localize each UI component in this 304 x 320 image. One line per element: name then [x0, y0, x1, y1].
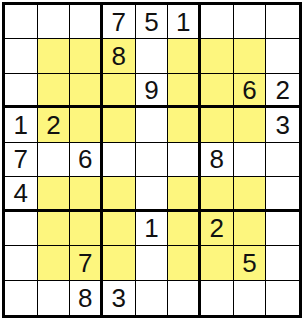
cell-r7c1[interactable] — [5, 212, 38, 246]
cell-r8c6[interactable] — [168, 246, 201, 280]
cell-r6c4[interactable] — [103, 177, 136, 211]
cell-r4c1[interactable]: 1 — [5, 108, 38, 142]
cell-r8c9[interactable] — [266, 246, 299, 280]
cell-r3c6[interactable] — [168, 74, 201, 108]
cell-r6c7[interactable] — [201, 177, 234, 211]
cell-r5c2[interactable] — [38, 143, 71, 177]
cell-r1c9[interactable] — [266, 5, 299, 39]
cell-r8c8[interactable]: 5 — [234, 246, 267, 280]
cell-r9c3[interactable]: 8 — [70, 281, 103, 315]
cell-r7c4[interactable] — [103, 212, 136, 246]
cell-r9c7[interactable] — [201, 281, 234, 315]
cell-r5c6[interactable] — [168, 143, 201, 177]
cell-r8c4[interactable] — [103, 246, 136, 280]
cell-r5c5[interactable] — [136, 143, 169, 177]
cell-r4c5[interactable] — [136, 108, 169, 142]
cell-r9c1[interactable] — [5, 281, 38, 315]
cell-r1c4[interactable]: 7 — [103, 5, 136, 39]
cell-r1c2[interactable] — [38, 5, 71, 39]
cell-r6c8[interactable] — [234, 177, 267, 211]
cell-r8c2[interactable] — [38, 246, 71, 280]
cell-r2c9[interactable] — [266, 39, 299, 73]
sudoku-board: 75189621237684127583 — [2, 2, 302, 318]
sudoku-page: 75189621237684127583 — [0, 0, 304, 320]
cell-r4c6[interactable] — [168, 108, 201, 142]
cell-r6c6[interactable] — [168, 177, 201, 211]
cell-r7c5[interactable]: 1 — [136, 212, 169, 246]
cell-r6c1[interactable]: 4 — [5, 177, 38, 211]
cell-r9c6[interactable] — [168, 281, 201, 315]
cell-r2c8[interactable] — [234, 39, 267, 73]
cell-r4c2[interactable]: 2 — [38, 108, 71, 142]
cell-r3c9[interactable]: 2 — [266, 74, 299, 108]
cell-r2c1[interactable] — [5, 39, 38, 73]
cell-r6c2[interactable] — [38, 177, 71, 211]
cell-r4c7[interactable] — [201, 108, 234, 142]
cell-r6c9[interactable] — [266, 177, 299, 211]
cell-r5c9[interactable] — [266, 143, 299, 177]
cell-r8c7[interactable] — [201, 246, 234, 280]
cell-r2c6[interactable] — [168, 39, 201, 73]
cell-r9c5[interactable] — [136, 281, 169, 315]
cell-r7c7[interactable]: 2 — [201, 212, 234, 246]
cell-r3c4[interactable] — [103, 74, 136, 108]
cell-r6c5[interactable] — [136, 177, 169, 211]
cell-r3c2[interactable] — [38, 74, 71, 108]
cell-r2c5[interactable] — [136, 39, 169, 73]
cell-r1c3[interactable] — [70, 5, 103, 39]
cell-r4c8[interactable] — [234, 108, 267, 142]
cell-r4c4[interactable] — [103, 108, 136, 142]
cell-r1c5[interactable]: 5 — [136, 5, 169, 39]
cell-r1c6[interactable]: 1 — [168, 5, 201, 39]
cell-r5c3[interactable]: 6 — [70, 143, 103, 177]
cell-r4c3[interactable] — [70, 108, 103, 142]
cell-r3c7[interactable] — [201, 74, 234, 108]
cell-r1c1[interactable] — [5, 5, 38, 39]
cell-r5c8[interactable] — [234, 143, 267, 177]
cell-r2c3[interactable] — [70, 39, 103, 73]
cell-r7c3[interactable] — [70, 212, 103, 246]
cell-r3c5[interactable]: 9 — [136, 74, 169, 108]
cell-r7c9[interactable] — [266, 212, 299, 246]
cell-r9c4[interactable]: 3 — [103, 281, 136, 315]
cell-r1c7[interactable] — [201, 5, 234, 39]
cell-r5c7[interactable]: 8 — [201, 143, 234, 177]
cell-r3c8[interactable]: 6 — [234, 74, 267, 108]
cell-r1c8[interactable] — [234, 5, 267, 39]
cell-r8c3[interactable]: 7 — [70, 246, 103, 280]
cell-r3c3[interactable] — [70, 74, 103, 108]
cell-r5c1[interactable]: 7 — [5, 143, 38, 177]
cell-r9c8[interactable] — [234, 281, 267, 315]
cell-r2c2[interactable] — [38, 39, 71, 73]
cell-r9c2[interactable] — [38, 281, 71, 315]
cell-r5c4[interactable] — [103, 143, 136, 177]
cell-r3c1[interactable] — [5, 74, 38, 108]
cell-r7c6[interactable] — [168, 212, 201, 246]
cell-r2c4[interactable]: 8 — [103, 39, 136, 73]
cell-r4c9[interactable]: 3 — [266, 108, 299, 142]
cell-r8c1[interactable] — [5, 246, 38, 280]
cell-r7c8[interactable] — [234, 212, 267, 246]
cell-r2c7[interactable] — [201, 39, 234, 73]
cell-r9c9[interactable] — [266, 281, 299, 315]
cell-r7c2[interactable] — [38, 212, 71, 246]
cell-r6c3[interactable] — [70, 177, 103, 211]
cell-r8c5[interactable] — [136, 246, 169, 280]
